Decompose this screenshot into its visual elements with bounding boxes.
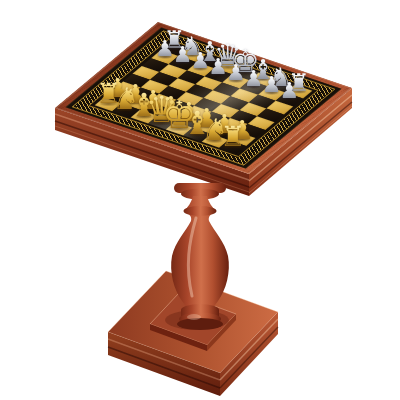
- product-photo-stage: ♜♞♝♛♚♝♞♜♟♟♟♟♟♟♟♟♟♟♟♟♟♟♟♟♜♞♝♛♚♝♞♜: [0, 0, 400, 400]
